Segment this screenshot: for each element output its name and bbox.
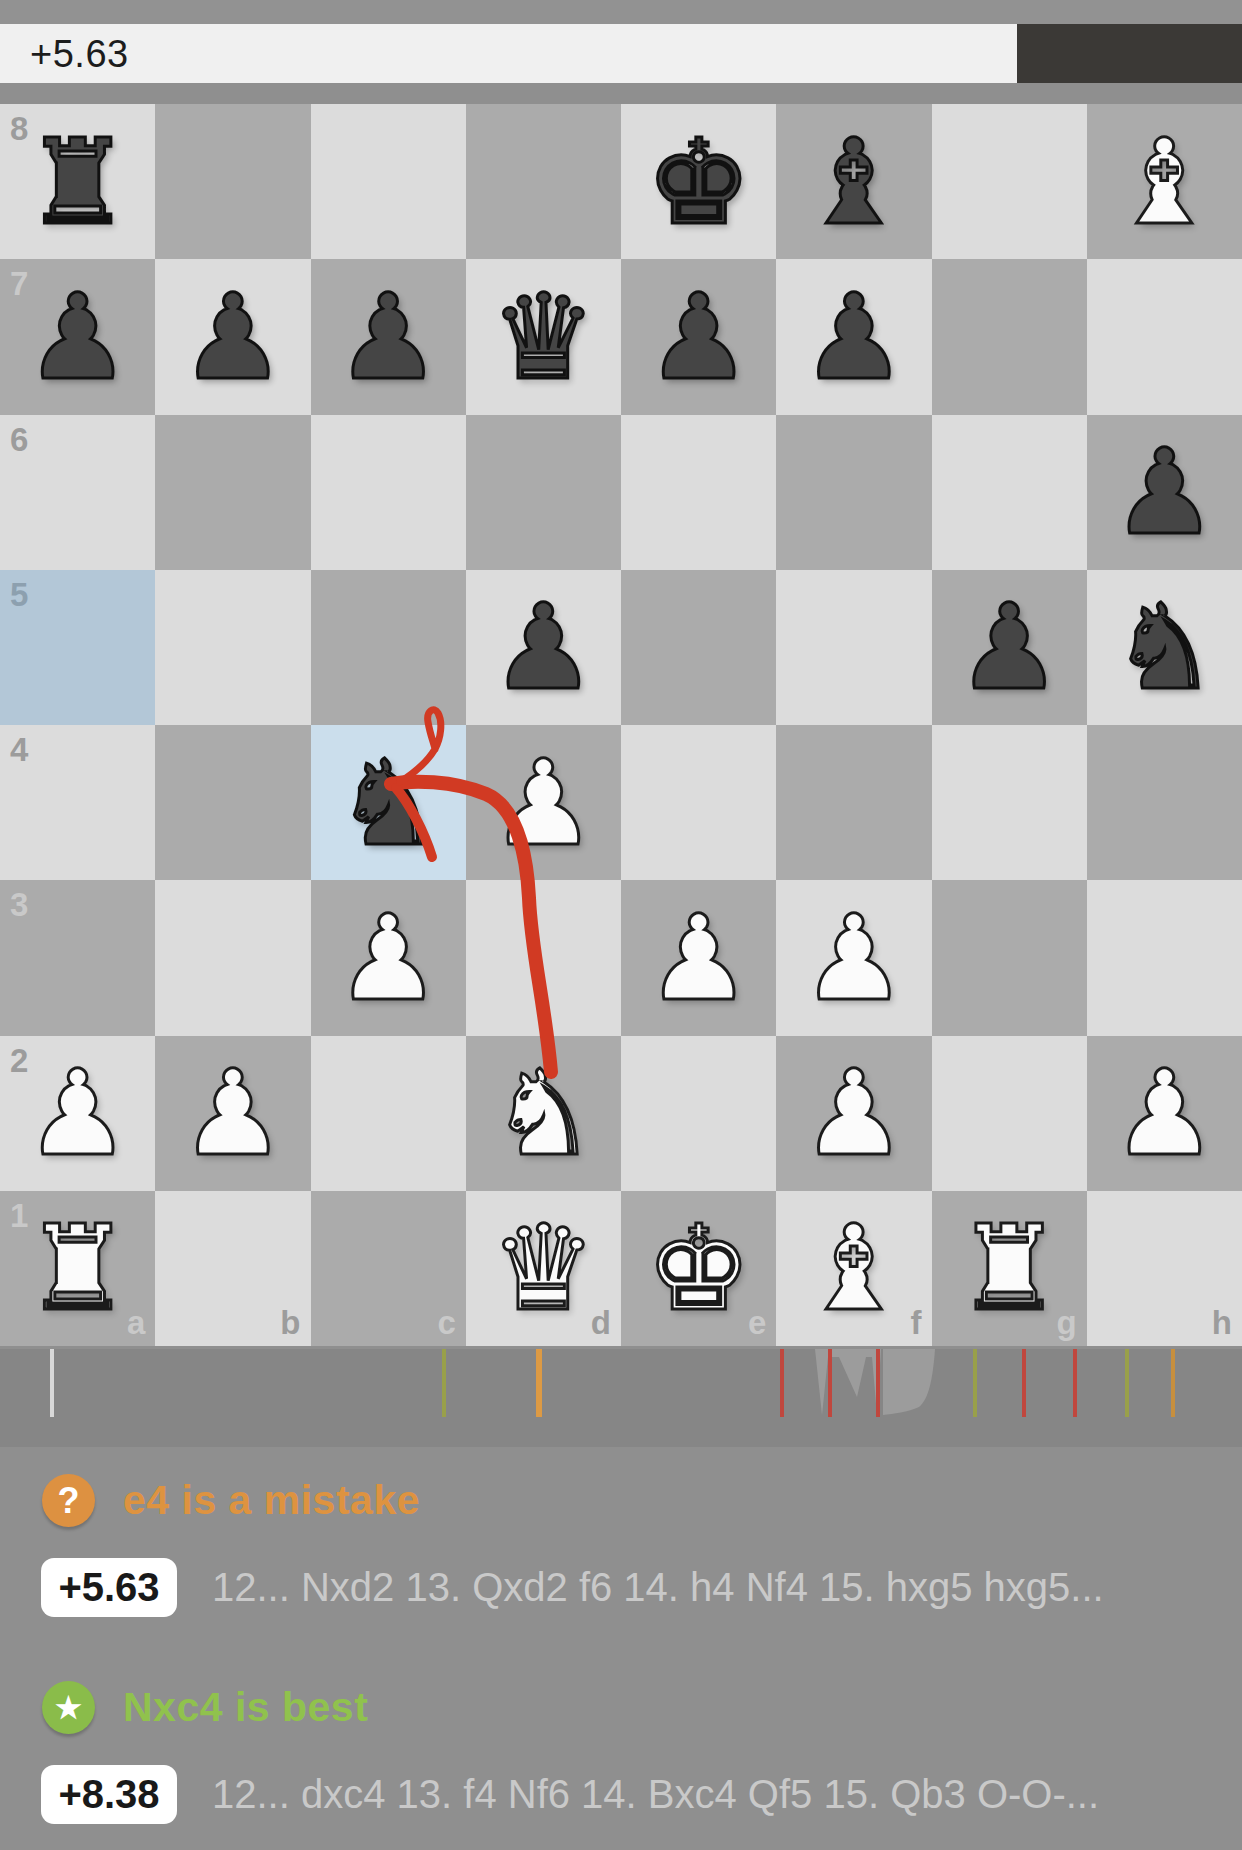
square-b6[interactable]: [155, 415, 310, 570]
square-g3[interactable]: [932, 880, 1087, 1035]
square-h6[interactable]: ♟: [1087, 415, 1242, 570]
square-b2[interactable]: ♟: [155, 1036, 310, 1191]
square-e8[interactable]: ♚: [621, 104, 776, 259]
white-pawn-h2[interactable]: ♟: [1087, 1036, 1242, 1191]
evaluation-value: +5.63: [30, 24, 129, 83]
file-label-b: b: [280, 1304, 300, 1342]
square-g4[interactable]: [932, 725, 1087, 880]
square-f4[interactable]: [776, 725, 931, 880]
graph-move-tick[interactable]: [973, 1349, 977, 1417]
white-king-e1[interactable]: ♚: [621, 1191, 776, 1346]
black-pawn-g5[interactable]: ♟: [932, 570, 1087, 725]
square-c5[interactable]: [311, 570, 466, 725]
square-a7[interactable]: 7♟: [0, 259, 155, 414]
black-pawn-d5[interactable]: ♟: [466, 570, 621, 725]
square-g7[interactable]: [932, 259, 1087, 414]
square-d1[interactable]: d♛: [466, 1191, 621, 1346]
status-bar: [0, 0, 1242, 24]
square-c2[interactable]: [311, 1036, 466, 1191]
black-queen-d7[interactable]: ♛: [466, 259, 621, 414]
square-d4[interactable]: ♟: [466, 725, 621, 880]
square-f1[interactable]: f♝: [776, 1191, 931, 1346]
graph-move-tick[interactable]: [1125, 1349, 1129, 1417]
white-rook-a1[interactable]: ♜: [0, 1191, 155, 1346]
mistake-title: e4 is a mistake: [123, 1477, 420, 1524]
square-e4[interactable]: [621, 725, 776, 880]
eval-graph-plot: [0, 1349, 1242, 1417]
white-rook-g1[interactable]: ♜: [932, 1191, 1087, 1346]
evaluation-graph[interactable]: [0, 1349, 1242, 1447]
square-f5[interactable]: [776, 570, 931, 725]
best-eval-badge: +8.38: [41, 1765, 177, 1824]
square-h7[interactable]: [1087, 259, 1242, 414]
square-f6[interactable]: [776, 415, 931, 570]
black-rook-a8[interactable]: ♜: [0, 104, 155, 259]
square-b5[interactable]: [155, 570, 310, 725]
app-screen: +5.63 8♜♚♝♝7♟♟♟♛♟♟6♟5♟♟♞4♞♟3♟♟♟2♟♟♞♟♟1a♜…: [0, 0, 1242, 1850]
square-c4[interactable]: ♞: [311, 725, 466, 880]
white-knight-d2[interactable]: ♞: [466, 1036, 621, 1191]
board-top-gap: [0, 83, 1242, 104]
square-b3[interactable]: [155, 880, 310, 1035]
square-h3[interactable]: [1087, 880, 1242, 1035]
square-g2[interactable]: [932, 1036, 1087, 1191]
square-d6[interactable]: [466, 415, 621, 570]
square-e5[interactable]: [621, 570, 776, 725]
graph-move-tick[interactable]: [1022, 1349, 1026, 1417]
square-e6[interactable]: [621, 415, 776, 570]
graph-move-tick[interactable]: [1073, 1349, 1077, 1417]
square-a3[interactable]: 3: [0, 880, 155, 1035]
square-c3[interactable]: ♟: [311, 880, 466, 1035]
square-f2[interactable]: ♟: [776, 1036, 931, 1191]
square-a8[interactable]: 8♜: [0, 104, 155, 259]
rank-label-3: 3: [10, 886, 28, 924]
best-title: Nxc4 is best: [123, 1684, 368, 1731]
square-h5[interactable]: ♞: [1087, 570, 1242, 725]
white-pawn-f2[interactable]: ♟: [776, 1036, 931, 1191]
file-label-c: c: [437, 1304, 455, 1342]
black-pawn-a7[interactable]: ♟: [0, 259, 155, 414]
black-knight-h5[interactable]: ♞: [1087, 570, 1242, 725]
graph-move-tick[interactable]: [442, 1349, 446, 1417]
square-b1[interactable]: b: [155, 1191, 310, 1346]
black-pawn-c7[interactable]: ♟: [311, 259, 466, 414]
graph-move-tick[interactable]: [780, 1349, 784, 1417]
square-b7[interactable]: ♟: [155, 259, 310, 414]
white-pawn-a2[interactable]: ♟: [0, 1036, 155, 1191]
square-a4[interactable]: 4: [0, 725, 155, 880]
square-g8[interactable]: [932, 104, 1087, 259]
square-h4[interactable]: [1087, 725, 1242, 880]
square-h1[interactable]: h: [1087, 1191, 1242, 1346]
graph-move-tick[interactable]: [1171, 1349, 1175, 1417]
mistake-eval-badge: +5.63: [41, 1558, 177, 1617]
square-e2[interactable]: [621, 1036, 776, 1191]
square-a6[interactable]: 6: [0, 415, 155, 570]
square-c8[interactable]: [311, 104, 466, 259]
square-e7[interactable]: ♟: [621, 259, 776, 414]
mistake-variation-line[interactable]: 12... Nxd2 13. Qxd2 f6 14. h4 Nf4 15. hx…: [212, 1565, 1104, 1610]
black-pawn-b7[interactable]: ♟: [155, 259, 310, 414]
mistake-annotation-row: ? e4 is a mistake: [42, 1447, 1242, 1527]
white-queen-d1[interactable]: ♛: [466, 1191, 621, 1346]
square-d2[interactable]: ♞: [466, 1036, 621, 1191]
mistake-line-row: +5.63 12... Nxd2 13. Qxd2 f6 14. h4 Nf4 …: [41, 1558, 1242, 1617]
analysis-panel: ? e4 is a mistake +5.63 12... Nxd2 13. Q…: [0, 1447, 1242, 1850]
graph-move-tick[interactable]: [50, 1349, 54, 1417]
square-b8[interactable]: [155, 104, 310, 259]
chess-board[interactable]: 8♜♚♝♝7♟♟♟♛♟♟6♟5♟♟♞4♞♟3♟♟♟2♟♟♞♟♟1a♜bcd♛e♚…: [0, 104, 1242, 1346]
square-a1[interactable]: 1a♜: [0, 1191, 155, 1346]
square-d7[interactable]: ♛: [466, 259, 621, 414]
white-pawn-d4[interactable]: ♟: [466, 725, 621, 880]
black-bishop-f8[interactable]: ♝: [776, 104, 931, 259]
square-d3[interactable]: [466, 880, 621, 1035]
mistake-icon: ?: [42, 1474, 95, 1527]
black-pawn-h6[interactable]: ♟: [1087, 415, 1242, 570]
rank-label-5: 5: [10, 576, 28, 614]
best-variation-line[interactable]: 12... dxc4 13. f4 Nf6 14. Bxc4 Qf5 15. Q…: [212, 1772, 1099, 1817]
white-pawn-f3[interactable]: ♟: [776, 880, 931, 1035]
square-h2[interactable]: ♟: [1087, 1036, 1242, 1191]
square-e1[interactable]: e♚: [621, 1191, 776, 1346]
rank-label-6: 6: [10, 421, 28, 459]
black-knight-c4[interactable]: ♞: [311, 725, 466, 880]
best-annotation-row: ★ Nxc4 is best: [42, 1681, 1242, 1734]
file-label-h: h: [1212, 1304, 1232, 1342]
square-b4[interactable]: [155, 725, 310, 880]
best-line-row: +8.38 12... dxc4 13. f4 Nf6 14. Bxc4 Qf5…: [41, 1765, 1242, 1824]
square-a2[interactable]: 2♟: [0, 1036, 155, 1191]
square-e3[interactable]: ♟: [621, 880, 776, 1035]
rank-label-4: 4: [10, 731, 28, 769]
square-d8[interactable]: [466, 104, 621, 259]
square-a5[interactable]: 5: [0, 570, 155, 725]
graph-move-tick[interactable]: [828, 1349, 832, 1417]
square-c6[interactable]: [311, 415, 466, 570]
white-pawn-e3[interactable]: ♟: [621, 880, 776, 1035]
square-f8[interactable]: ♝: [776, 104, 931, 259]
white-bishop-h8[interactable]: ♝: [1087, 104, 1242, 259]
evaluation-bar: +5.63: [0, 24, 1242, 83]
square-g1[interactable]: g♜: [932, 1191, 1087, 1346]
square-c7[interactable]: ♟: [311, 259, 466, 414]
best-move-star-icon: ★: [42, 1681, 95, 1734]
square-h8[interactable]: ♝: [1087, 104, 1242, 259]
graph-move-tick[interactable]: [536, 1349, 542, 1417]
square-d5[interactable]: ♟: [466, 570, 621, 725]
evaluation-bar-white-fill: [0, 24, 1017, 83]
square-c1[interactable]: c: [311, 1191, 466, 1346]
black-pawn-e7[interactable]: ♟: [621, 259, 776, 414]
square-g6[interactable]: [932, 415, 1087, 570]
black-king-e8[interactable]: ♚: [621, 104, 776, 259]
white-bishop-f1[interactable]: ♝: [776, 1191, 931, 1346]
square-f3[interactable]: ♟: [776, 880, 931, 1035]
white-pawn-b2[interactable]: ♟: [155, 1036, 310, 1191]
graph-move-tick[interactable]: [876, 1349, 880, 1417]
square-g5[interactable]: ♟: [932, 570, 1087, 725]
square-f7[interactable]: ♟: [776, 259, 931, 414]
white-pawn-c3[interactable]: ♟: [311, 880, 466, 1035]
black-pawn-f7[interactable]: ♟: [776, 259, 931, 414]
